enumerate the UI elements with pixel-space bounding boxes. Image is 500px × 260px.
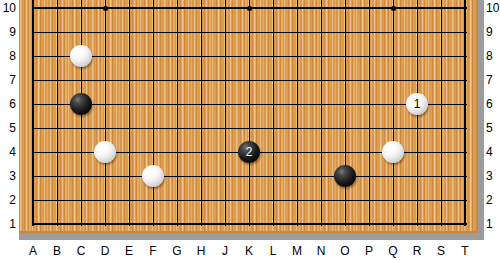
stone-black-O3[interactable] [334, 165, 356, 187]
column-coordinate: S [431, 243, 451, 259]
move-number-label: 1 [406, 93, 428, 115]
column-coordinate: O [335, 243, 355, 259]
row-coordinate-left: 4 [0, 144, 16, 160]
grid-line-vertical [57, 0, 58, 226]
grid-line-vertical [393, 0, 394, 226]
move-number-label: 2 [238, 141, 260, 163]
row-coordinate-right: 3 [486, 168, 493, 184]
stone-white-R6[interactable]: 1 [406, 93, 428, 115]
grid-line-vertical [225, 0, 226, 226]
grid-line-horizontal [32, 176, 467, 177]
row-coordinate-left: 10 [0, 0, 16, 16]
grid-line-vertical [129, 0, 130, 226]
column-coordinate: G [167, 243, 187, 259]
column-coordinate: R [407, 243, 427, 259]
row-coordinate-left: 2 [0, 192, 16, 208]
grid-line-vertical [441, 0, 442, 226]
column-coordinate: K [239, 243, 259, 259]
row-coordinate-right: 6 [486, 96, 493, 112]
grid-line-horizontal [32, 223, 467, 225]
grid-line-vertical [369, 0, 370, 226]
grid-line-vertical [464, 0, 466, 226]
column-coordinate: B [47, 243, 67, 259]
grid-line-vertical [201, 0, 202, 226]
row-coordinate-left: 3 [0, 168, 16, 184]
column-coordinate: D [95, 243, 115, 259]
row-coordinate-left: 7 [0, 72, 16, 88]
column-coordinate: F [143, 243, 163, 259]
row-coordinate-right: 2 [486, 192, 493, 208]
grid-line-vertical [297, 0, 298, 226]
column-coordinate: E [119, 243, 139, 259]
row-coordinate-right: 8 [486, 48, 493, 64]
column-coordinate: P [359, 243, 379, 259]
column-coordinate: A [23, 243, 43, 259]
row-coordinate-right: 4 [486, 144, 493, 160]
grid-line-vertical [177, 0, 178, 226]
row-coordinate-left: 9 [0, 24, 16, 40]
row-coordinate-right: 9 [486, 24, 493, 40]
column-coordinate: C [71, 243, 91, 259]
row-coordinate-left: 5 [0, 120, 16, 136]
star-point [391, 6, 396, 11]
row-coordinate-right: 5 [486, 120, 493, 136]
column-coordinate: J [215, 243, 235, 259]
stone-white-C8[interactable] [70, 45, 92, 67]
grid-line-vertical [153, 0, 154, 226]
grid-line-vertical [32, 0, 34, 226]
grid-line-vertical [105, 0, 106, 226]
column-coordinate: H [191, 243, 211, 259]
stone-white-Q4[interactable] [382, 141, 404, 163]
grid-line-horizontal [32, 128, 467, 129]
grid-line-vertical [273, 0, 274, 226]
row-coordinate-left: 1 [0, 216, 16, 232]
grid-line-horizontal [32, 104, 467, 105]
grid-line-horizontal [32, 56, 467, 57]
grid-line-vertical [249, 0, 250, 226]
row-coordinate-right: 10 [486, 0, 499, 16]
column-coordinate: M [287, 243, 307, 259]
grid-line-horizontal [32, 32, 467, 33]
column-coordinate: Q [383, 243, 403, 259]
go-board[interactable]: 21 [19, 0, 478, 233]
row-coordinate-right: 7 [486, 72, 493, 88]
column-coordinate: T [455, 243, 475, 259]
row-coordinate-left: 8 [0, 48, 16, 64]
column-coordinate: N [311, 243, 331, 259]
row-coordinate-left: 6 [0, 96, 16, 112]
star-point [247, 6, 252, 11]
go-diagram: 21 1010998877665544332211ABCDEFGHJKLMNOP… [0, 0, 500, 260]
grid-line-horizontal [32, 200, 467, 201]
grid-line-vertical [321, 0, 322, 226]
row-coordinate-right: 1 [486, 216, 493, 232]
stone-black-K4[interactable]: 2 [238, 141, 260, 163]
grid-line-horizontal [32, 80, 467, 81]
grid-line-vertical [345, 0, 346, 226]
stone-white-D4[interactable] [94, 141, 116, 163]
stone-black-C6[interactable] [70, 93, 92, 115]
stone-white-F3[interactable] [142, 165, 164, 187]
board-shadow-bottom [19, 233, 484, 240]
board-shadow-right [478, 0, 484, 240]
star-point [103, 6, 108, 11]
column-coordinate: L [263, 243, 283, 259]
